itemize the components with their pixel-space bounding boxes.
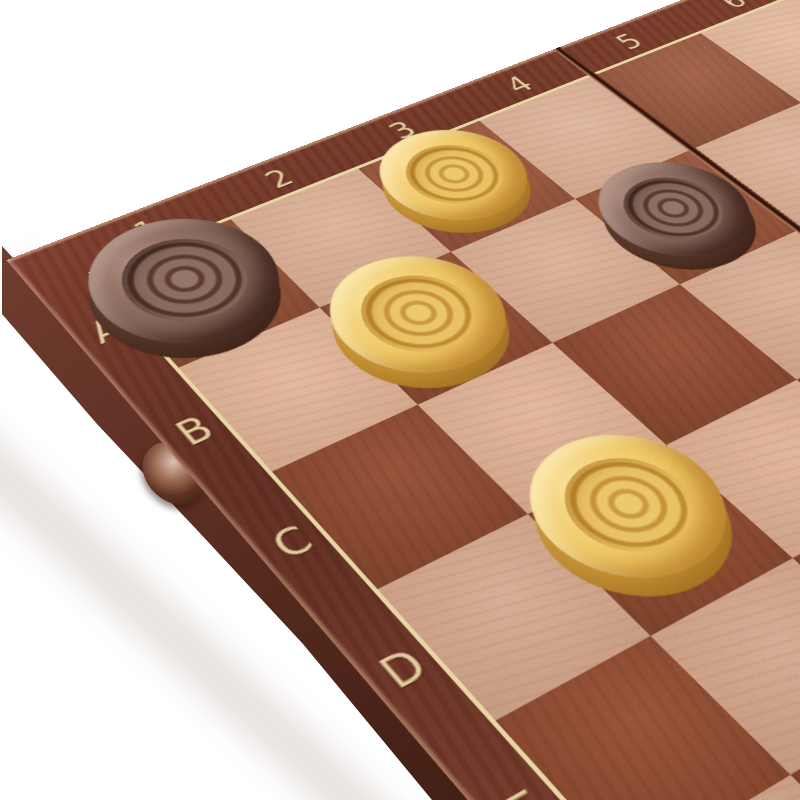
- photo-stage: 123456ABCDE: [0, 0, 800, 800]
- checkers-board: 123456ABCDE: [6, 0, 800, 800]
